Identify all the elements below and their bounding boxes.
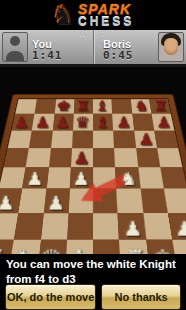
square-a6[interactable] — [8, 130, 32, 148]
square-d3[interactable] — [68, 189, 93, 213]
no-thanks-button[interactable]: No thanks — [101, 284, 181, 310]
white-rook-a1: ♜ — [0, 248, 6, 254]
square-c8[interactable]: ♚ — [54, 99, 74, 114]
square-e2[interactable] — [93, 213, 119, 240]
app-logo: SPARK CHESS — [78, 2, 134, 28]
square-b4[interactable]: ♟ — [22, 167, 48, 188]
white-rook-f1: ♜ — [124, 248, 145, 254]
player-bar: ♙ ♙ You 1:41 Boris 0:45 — [0, 30, 186, 67]
square-d7[interactable]: ♛ — [73, 114, 93, 130]
red-king-c8: ♚ — [57, 100, 71, 114]
square-c3[interactable]: ♟ — [43, 189, 69, 213]
red-pawn-g6: ♟ — [138, 132, 154, 148]
square-h7[interactable]: ♟ — [151, 114, 174, 130]
square-c7[interactable]: ♟ — [52, 114, 73, 130]
red-rook-d8: ♜ — [76, 100, 90, 114]
square-a4[interactable] — [0, 167, 26, 188]
white-knight-f4: ♞ — [119, 171, 136, 189]
square-g3[interactable] — [140, 189, 167, 213]
square-d4[interactable]: ♟ — [69, 167, 93, 188]
square-g7[interactable] — [132, 114, 154, 130]
square-c6[interactable] — [50, 130, 72, 148]
white-pawn-h2: ♟ — [175, 219, 186, 239]
black-player-clock: 0:45 — [103, 50, 158, 62]
square-d8[interactable]: ♜ — [74, 99, 93, 114]
square-e5[interactable] — [93, 148, 115, 167]
square-a3[interactable]: ♟ — [0, 189, 22, 213]
board-3d-wrapper: ♚♜♝♞♜♟♟♟♛♝♟♟♟♟♟♟♞♟♟♟♟♜♞♛♝♜♚ — [14, 91, 172, 249]
square-e7[interactable]: ♝ — [93, 114, 113, 130]
square-f4[interactable]: ♞ — [115, 167, 140, 188]
white-pawn-a3: ♟ — [0, 194, 16, 213]
square-h6[interactable] — [154, 130, 178, 148]
square-b6[interactable] — [29, 130, 52, 148]
square-b7[interactable]: ♟ — [32, 114, 54, 130]
white-pawn-c3: ♟ — [47, 194, 65, 213]
square-f6[interactable] — [113, 130, 135, 148]
red-pawn-h7: ♟ — [156, 115, 171, 130]
square-h5[interactable] — [157, 148, 183, 167]
square-c5[interactable] — [48, 148, 71, 167]
player-bar-divider — [93, 30, 94, 64]
red-pawn-a7: ♟ — [14, 115, 29, 130]
square-g1[interactable]: ♚ — [146, 239, 177, 254]
white-pawn-f2: ♟ — [123, 219, 143, 239]
square-b8[interactable] — [35, 99, 56, 114]
red-knight-g8: ♞ — [134, 100, 149, 114]
player-panel-black: Boris 0:45 — [89, 30, 186, 64]
square-d2[interactable] — [67, 213, 93, 240]
app-header: ♞ SPARK CHESS — [0, 0, 186, 30]
ok-do-the-move-button[interactable]: OK, do the move — [5, 284, 96, 310]
square-g4[interactable] — [138, 167, 164, 188]
square-f1[interactable]: ♜ — [119, 239, 149, 254]
white-queen-c1: ♛ — [41, 248, 62, 254]
square-c2[interactable] — [40, 213, 68, 240]
white-bishop-d1: ♝ — [69, 248, 90, 254]
square-d1[interactable]: ♝ — [65, 239, 93, 254]
square-d5[interactable]: ♟ — [71, 148, 93, 167]
square-b2[interactable] — [14, 213, 43, 240]
board-frame: ♚♜♝♞♜♟♟♟♛♝♟♟♟♟♟♟♞♟♟♟♟♜♞♛♝♜♚ — [0, 95, 186, 254]
square-h3[interactable] — [164, 189, 186, 213]
white-pawn-b4: ♟ — [26, 171, 44, 189]
white-player-avatar — [2, 32, 28, 62]
logo-chess-text: CHESS — [78, 16, 134, 28]
red-queen-d7: ♛ — [75, 115, 90, 130]
black-player-avatar — [158, 32, 184, 62]
square-a7[interactable]: ♟ — [12, 114, 35, 130]
square-h1[interactable] — [172, 239, 186, 254]
chess-board[interactable]: ♚♜♝♞♜♟♟♟♛♝♟♟♟♟♟♟♞♟♟♟♟♜♞♛♝♜♚ — [0, 99, 186, 254]
square-b5[interactable] — [26, 148, 50, 167]
red-bishop-e7: ♝ — [96, 115, 111, 130]
square-h2[interactable]: ♟ — [167, 213, 186, 240]
square-b1[interactable]: ♞ — [9, 239, 40, 254]
hint-actions: OK, do the move No thanks — [0, 283, 186, 310]
hint-message: You can move the white Knight from f4 to… — [0, 254, 186, 283]
square-e4[interactable] — [93, 167, 117, 188]
square-e8[interactable]: ♝ — [93, 99, 112, 114]
knight-logo-icon: ♞ — [52, 3, 74, 28]
square-h4[interactable] — [160, 167, 186, 188]
square-a1[interactable]: ♜ — [0, 239, 14, 254]
square-a8[interactable] — [15, 99, 37, 114]
square-f2[interactable]: ♟ — [118, 213, 146, 240]
white-knight-b1: ♞ — [13, 248, 34, 254]
white-pawn-d4: ♟ — [73, 171, 90, 189]
red-pawn-f7: ♟ — [116, 115, 131, 130]
square-e6[interactable] — [93, 130, 114, 148]
square-g6[interactable]: ♟ — [134, 130, 157, 148]
white-player-clock: 1:41 — [32, 50, 63, 62]
square-g8[interactable]: ♞ — [130, 99, 151, 114]
red-bishop-e8: ♝ — [96, 100, 110, 114]
board-stage: ♚♜♝♞♜♟♟♟♛♝♟♟♟♟♟♟♞♟♟♟♟♜♞♛♝♜♚ — [0, 67, 186, 254]
logo-spark-text: SPARK — [78, 2, 131, 16]
square-f5[interactable] — [114, 148, 137, 167]
square-f3[interactable] — [117, 189, 143, 213]
square-h8[interactable]: ♜ — [149, 99, 171, 114]
red-pawn-c7: ♟ — [55, 115, 70, 130]
square-f8[interactable] — [112, 99, 132, 114]
square-f7[interactable]: ♟ — [112, 114, 133, 130]
square-e1[interactable] — [93, 239, 121, 254]
red-pawn-b7: ♟ — [35, 115, 50, 130]
square-c1[interactable]: ♛ — [37, 239, 67, 254]
square-c4[interactable] — [46, 167, 71, 188]
square-d6[interactable] — [72, 130, 93, 148]
white-king-g1: ♚ — [152, 248, 173, 254]
square-b3[interactable] — [19, 189, 46, 213]
player-panel-white: You 1:41 — [0, 30, 89, 64]
square-e3[interactable] — [93, 189, 118, 213]
red-pawn-d5: ♟ — [74, 151, 90, 168]
red-rook-h8: ♜ — [154, 100, 169, 114]
